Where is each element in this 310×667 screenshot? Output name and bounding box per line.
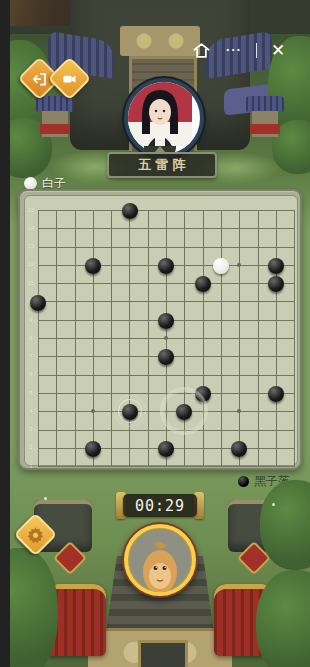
board-intersection[interactable] (248, 292, 266, 310)
board-intersection[interactable] (47, 201, 65, 219)
foliage (260, 480, 310, 570)
black-stone (158, 349, 174, 365)
board-intersection[interactable] (120, 274, 138, 292)
board-intersection[interactable] (285, 329, 303, 347)
board-intersection[interactable] (157, 347, 175, 365)
system-bar: ⋯ ✕ (192, 38, 304, 62)
black-stone (268, 258, 284, 274)
board-intersection[interactable] (65, 311, 83, 329)
board-intersection[interactable] (212, 237, 230, 255)
board-intersection[interactable] (230, 384, 248, 402)
foliage (10, 548, 58, 667)
board-intersection[interactable] (84, 274, 102, 292)
board-intersection[interactable] (102, 256, 120, 274)
board-intersection[interactable] (102, 457, 120, 475)
board-intersection[interactable] (285, 384, 303, 402)
board-intersection[interactable] (47, 347, 65, 365)
board-intersection[interactable] (139, 402, 157, 420)
board-intersection[interactable] (285, 311, 303, 329)
board-intersection[interactable] (230, 366, 248, 384)
board-intersection[interactable] (65, 256, 83, 274)
board-intersection[interactable] (248, 274, 266, 292)
board-intersection[interactable] (267, 329, 285, 347)
board-intersection[interactable] (248, 439, 266, 457)
board-intersection[interactable] (212, 274, 230, 292)
gomoku-board[interactable]: 151413121110987654321 (18, 189, 302, 470)
board-intersection[interactable] (157, 256, 175, 274)
board-intersection[interactable] (84, 201, 102, 219)
board-intersection[interactable] (267, 219, 285, 237)
board-intersection[interactable] (65, 237, 83, 255)
board-intersection[interactable] (175, 420, 193, 438)
board-intersection[interactable] (157, 219, 175, 237)
board-intersection[interactable] (120, 402, 138, 420)
board-intersection[interactable] (102, 219, 120, 237)
board-intersection[interactable] (194, 256, 212, 274)
board-intersection[interactable] (29, 366, 47, 384)
board-intersection[interactable] (139, 439, 157, 457)
player-avatar (122, 522, 198, 598)
board-surface: 151413121110987654321 (24, 195, 298, 466)
board-intersection[interactable] (120, 311, 138, 329)
board-intersection[interactable] (175, 311, 193, 329)
board-intersection[interactable] (47, 384, 65, 402)
board-intersection[interactable] (139, 311, 157, 329)
board-intersection[interactable] (29, 420, 47, 438)
black-stone-icon (238, 476, 249, 487)
sparkle (272, 503, 275, 506)
wood-beams (10, 0, 72, 26)
board-intersection[interactable] (212, 219, 230, 237)
board-intersection[interactable] (230, 329, 248, 347)
board-intersection[interactable] (194, 311, 212, 329)
board-intersection[interactable] (194, 420, 212, 438)
board-intersection[interactable] (120, 256, 138, 274)
board-intersection[interactable] (212, 384, 230, 402)
board-intersection[interactable] (194, 439, 212, 457)
black-stone (158, 313, 174, 329)
board-intersection[interactable] (102, 311, 120, 329)
board-intersection[interactable] (248, 311, 266, 329)
board-intersection[interactable] (194, 292, 212, 310)
lower-door (138, 640, 188, 667)
board-intersection[interactable] (157, 402, 175, 420)
board-intersection[interactable] (212, 457, 230, 475)
board-intersection[interactable] (248, 256, 266, 274)
board-intersection[interactable] (120, 457, 138, 475)
avatar-ring (124, 524, 196, 596)
board-intersection[interactable] (248, 384, 266, 402)
board-intersection[interactable] (248, 201, 266, 219)
board-intersection[interactable] (175, 439, 193, 457)
board-intersection[interactable] (47, 292, 65, 310)
board-intersection[interactable] (139, 237, 157, 255)
board-intersection[interactable] (65, 201, 83, 219)
board-intersection[interactable] (230, 402, 248, 420)
board-intersection[interactable] (65, 439, 83, 457)
board-intersection[interactable] (285, 274, 303, 292)
shrine-right (246, 96, 284, 148)
board-intersection[interactable] (47, 420, 65, 438)
board-intersection[interactable] (65, 219, 83, 237)
board-intersection[interactable] (267, 201, 285, 219)
board-intersection[interactable] (285, 402, 303, 420)
black-stone (268, 276, 284, 292)
board-intersection[interactable] (230, 237, 248, 255)
board-intersection[interactable] (285, 201, 303, 219)
board-intersection[interactable] (267, 311, 285, 329)
board-intersection[interactable] (139, 366, 157, 384)
board-intersection[interactable] (29, 384, 47, 402)
board-intersection[interactable] (230, 201, 248, 219)
move-timer: 00:29 (123, 494, 197, 517)
gear-icon (27, 526, 45, 544)
board-intersection[interactable] (175, 274, 193, 292)
player-portrait (132, 538, 188, 592)
board-intersection[interactable] (65, 347, 83, 365)
board-intersection[interactable] (267, 256, 285, 274)
board-intersection[interactable] (47, 439, 65, 457)
board-intersection[interactable] (29, 256, 47, 274)
board-intersection[interactable] (157, 439, 175, 457)
board-intersection[interactable] (29, 311, 47, 329)
stone-lintel (120, 26, 200, 56)
board-intersection[interactable] (84, 237, 102, 255)
board-intersection[interactable] (285, 219, 303, 237)
board-intersection[interactable] (175, 329, 193, 347)
board-intersection[interactable] (175, 219, 193, 237)
board-intersection[interactable] (194, 201, 212, 219)
board-intersection[interactable] (248, 329, 266, 347)
board-intersection[interactable] (120, 329, 138, 347)
board-intersection[interactable] (285, 366, 303, 384)
white-stone (213, 258, 229, 274)
sparkle (44, 497, 47, 500)
board-intersection[interactable] (139, 457, 157, 475)
board-intersection[interactable] (248, 219, 266, 237)
black-stone (85, 258, 101, 274)
board-intersection[interactable] (175, 256, 193, 274)
board-intersection[interactable] (29, 347, 47, 365)
opponent-portrait (128, 82, 192, 146)
board-intersection[interactable] (157, 292, 175, 310)
board-intersection[interactable] (102, 237, 120, 255)
board-intersection[interactable] (157, 366, 175, 384)
board-intersection[interactable] (65, 420, 83, 438)
board-intersection[interactable] (157, 457, 175, 475)
board-intersection[interactable] (248, 420, 266, 438)
board-intersection[interactable] (65, 329, 83, 347)
level-title-banner: 五雷阵 (107, 152, 217, 178)
board-intersection[interactable] (102, 347, 120, 365)
board-intersection[interactable] (47, 274, 65, 292)
board-intersection[interactable] (212, 201, 230, 219)
board-intersection[interactable] (29, 439, 47, 457)
board-intersection[interactable] (139, 420, 157, 438)
board-intersection[interactable] (212, 439, 230, 457)
close-icon[interactable]: ✕ (271, 40, 285, 61)
board-intersection[interactable] (120, 237, 138, 255)
board-intersection[interactable] (248, 402, 266, 420)
board-intersection[interactable] (84, 439, 102, 457)
black-stone (85, 441, 101, 457)
black-stone (231, 441, 247, 457)
black-stone (268, 386, 284, 402)
board-intersection[interactable] (29, 402, 47, 420)
board-intersection[interactable] (65, 457, 83, 475)
board-intersection[interactable] (157, 420, 175, 438)
board-intersection[interactable] (65, 274, 83, 292)
board-intersection[interactable] (84, 402, 102, 420)
board-intersection[interactable] (285, 237, 303, 255)
board-intersection[interactable] (102, 366, 120, 384)
board-intersection[interactable] (230, 292, 248, 310)
board-intersection[interactable] (175, 366, 193, 384)
board-intersection[interactable] (230, 219, 248, 237)
board-intersection[interactable] (230, 311, 248, 329)
black-stone (30, 295, 46, 311)
board-intersection[interactable] (267, 402, 285, 420)
board-intersection[interactable] (102, 329, 120, 347)
board-intersection[interactable] (47, 329, 65, 347)
board-intersection[interactable] (29, 457, 47, 475)
board-intersection[interactable] (65, 292, 83, 310)
board-intersection[interactable] (248, 237, 266, 255)
board-intersection[interactable] (47, 457, 65, 475)
board-intersection[interactable] (175, 201, 193, 219)
black-stone (122, 203, 138, 219)
board-intersection[interactable] (157, 237, 175, 255)
board-intersection[interactable] (47, 311, 65, 329)
board-intersection[interactable] (139, 292, 157, 310)
board-intersection[interactable] (175, 237, 193, 255)
black-stone (195, 276, 211, 292)
board-intersection[interactable] (29, 292, 47, 310)
board-intersection[interactable] (285, 292, 303, 310)
board-intersection[interactable] (84, 219, 102, 237)
board-intersection[interactable] (230, 439, 248, 457)
board-intersection[interactable] (230, 347, 248, 365)
board-intersection[interactable] (194, 366, 212, 384)
board-intersection[interactable] (29, 237, 47, 255)
board-intersection[interactable] (175, 292, 193, 310)
shrine-left (36, 96, 74, 148)
board-intersection[interactable] (285, 439, 303, 457)
board-intersection[interactable] (139, 384, 157, 402)
board-intersection[interactable] (47, 366, 65, 384)
board-intersection[interactable] (175, 457, 193, 475)
board-intersection[interactable] (84, 311, 102, 329)
board-intersection[interactable] (267, 384, 285, 402)
board-intersection[interactable] (139, 201, 157, 219)
black-stone (158, 441, 174, 457)
board-intersection[interactable] (194, 384, 212, 402)
exit-icon (32, 71, 48, 87)
board-intersection[interactable] (267, 439, 285, 457)
board-intersection[interactable] (47, 256, 65, 274)
board-intersection[interactable] (47, 219, 65, 237)
board-intersection[interactable] (139, 329, 157, 347)
board-intersection[interactable] (157, 329, 175, 347)
board-intersection[interactable] (285, 256, 303, 274)
board-intersection[interactable] (120, 420, 138, 438)
board-intersection[interactable] (194, 347, 212, 365)
board-intersection[interactable] (102, 201, 120, 219)
board-intersections (29, 201, 303, 475)
board-intersection[interactable] (65, 384, 83, 402)
board-intersection[interactable] (84, 292, 102, 310)
board-intersection[interactable] (212, 292, 230, 310)
board-intersection[interactable] (157, 384, 175, 402)
board-intersection[interactable] (29, 219, 47, 237)
board-intersection[interactable] (230, 274, 248, 292)
board-intersection[interactable] (29, 329, 47, 347)
board-intersection[interactable] (248, 347, 266, 365)
home-icon[interactable] (192, 41, 211, 60)
board-intersection[interactable] (194, 237, 212, 255)
board-intersection[interactable] (139, 274, 157, 292)
board-intersection[interactable] (102, 420, 120, 438)
black-stone (158, 258, 174, 274)
board-intersection[interactable] (285, 347, 303, 365)
board-intersection[interactable] (120, 201, 138, 219)
board-intersection[interactable] (102, 384, 120, 402)
board-intersection[interactable] (248, 366, 266, 384)
board-intersection[interactable] (267, 237, 285, 255)
board-intersection[interactable] (84, 347, 102, 365)
board-intersection[interactable] (47, 237, 65, 255)
board-intersection[interactable] (157, 274, 175, 292)
level-title: 五雷阵 (135, 156, 190, 174)
board-intersection[interactable] (267, 292, 285, 310)
board-intersection[interactable] (194, 329, 212, 347)
board-intersection[interactable] (212, 311, 230, 329)
board-intersection[interactable] (120, 347, 138, 365)
board-intersection[interactable] (102, 402, 120, 420)
board-intersection[interactable] (267, 420, 285, 438)
board-intersection[interactable] (120, 439, 138, 457)
board-intersection[interactable] (84, 256, 102, 274)
board-intersection[interactable] (267, 366, 285, 384)
board-intersection[interactable] (65, 366, 83, 384)
board-intersection[interactable] (157, 201, 175, 219)
board-intersection[interactable] (102, 274, 120, 292)
board-intersection[interactable] (120, 384, 138, 402)
board-intersection[interactable] (120, 219, 138, 237)
board-intersection[interactable] (120, 292, 138, 310)
board-intersection[interactable] (102, 439, 120, 457)
board-intersection[interactable] (175, 347, 193, 365)
board-intersection[interactable] (194, 457, 212, 475)
board-intersection[interactable] (84, 420, 102, 438)
board-intersection[interactable] (212, 420, 230, 438)
more-menu-icon[interactable]: ⋯ (225, 45, 242, 55)
board-intersection[interactable] (212, 366, 230, 384)
video-camera-icon (62, 71, 78, 87)
game-screen: ⋯ ✕ 五雷阵 白子 (10, 0, 310, 667)
black-stone (122, 404, 138, 420)
board-intersection[interactable] (212, 402, 230, 420)
black-stone (195, 386, 211, 402)
board-intersection[interactable] (120, 366, 138, 384)
board-intersection[interactable] (175, 384, 193, 402)
board-intersection[interactable] (139, 347, 157, 365)
board-intersection[interactable] (212, 347, 230, 365)
board-intersection[interactable] (84, 366, 102, 384)
board-intersection[interactable] (230, 420, 248, 438)
board-intersection[interactable] (194, 402, 212, 420)
board-intersection[interactable] (84, 329, 102, 347)
board-intersection[interactable] (212, 256, 230, 274)
board-intersection[interactable] (139, 256, 157, 274)
separator (256, 43, 257, 58)
timer-value: 00:29 (135, 497, 185, 515)
board-intersection[interactable] (230, 256, 248, 274)
board-intersection[interactable] (29, 201, 47, 219)
board-intersection[interactable] (194, 219, 212, 237)
board-intersection[interactable] (212, 329, 230, 347)
board-intersection[interactable] (157, 311, 175, 329)
board-intersection[interactable] (194, 274, 212, 292)
board-intersection[interactable] (175, 402, 193, 420)
board-intersection[interactable] (102, 292, 120, 310)
board-intersection[interactable] (285, 420, 303, 438)
board-intersection[interactable] (84, 457, 102, 475)
board-intersection[interactable] (139, 219, 157, 237)
board-intersection[interactable] (267, 274, 285, 292)
board-intersection[interactable] (267, 347, 285, 365)
black-stone (176, 404, 192, 420)
board-intersection[interactable] (29, 274, 47, 292)
board-intersection[interactable] (84, 384, 102, 402)
board-intersection[interactable] (47, 402, 65, 420)
board-intersection[interactable] (65, 402, 83, 420)
